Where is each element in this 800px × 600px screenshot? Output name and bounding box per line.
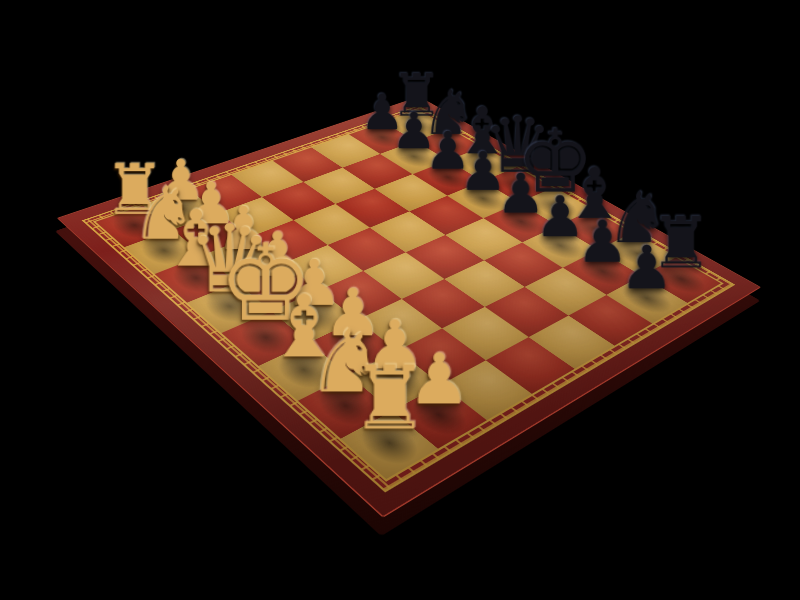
- piece-white-rook-h1[interactable]: ♜: [333, 355, 446, 443]
- photo-stage: ♜♞♝♛♚♝♞♜♟♟♟♟♟♟♟♟♟♟♟♟♟♟♟♟♜♞♝♛♚♝♞♜: [0, 0, 800, 600]
- rook-glyph: ♜: [350, 355, 429, 443]
- board-outer-margin: ♜♞♝♛♚♝♞♜♟♟♟♟♟♟♟♟♟♟♟♟♟♟♟♟♜♞♝♛♚♝♞♜: [57, 96, 761, 517]
- piece-black-pawn-h7[interactable]: ♟: [600, 238, 693, 298]
- camera-scene: ♜♞♝♛♚♝♞♜♟♟♟♟♟♟♟♟♟♟♟♟♟♟♟♟♜♞♝♛♚♝♞♜: [0, 0, 800, 600]
- board-grid: ♜♞♝♛♚♝♞♜♟♟♟♟♟♟♟♟♟♟♟♟♟♟♟♟♜♞♝♛♚♝♞♜: [93, 110, 724, 482]
- chessboard: ♜♞♝♛♚♝♞♜♟♟♟♟♟♟♟♟♟♟♟♟♟♟♟♟♜♞♝♛♚♝♞♜: [57, 96, 761, 517]
- pawn-glyph: ♟: [620, 238, 674, 298]
